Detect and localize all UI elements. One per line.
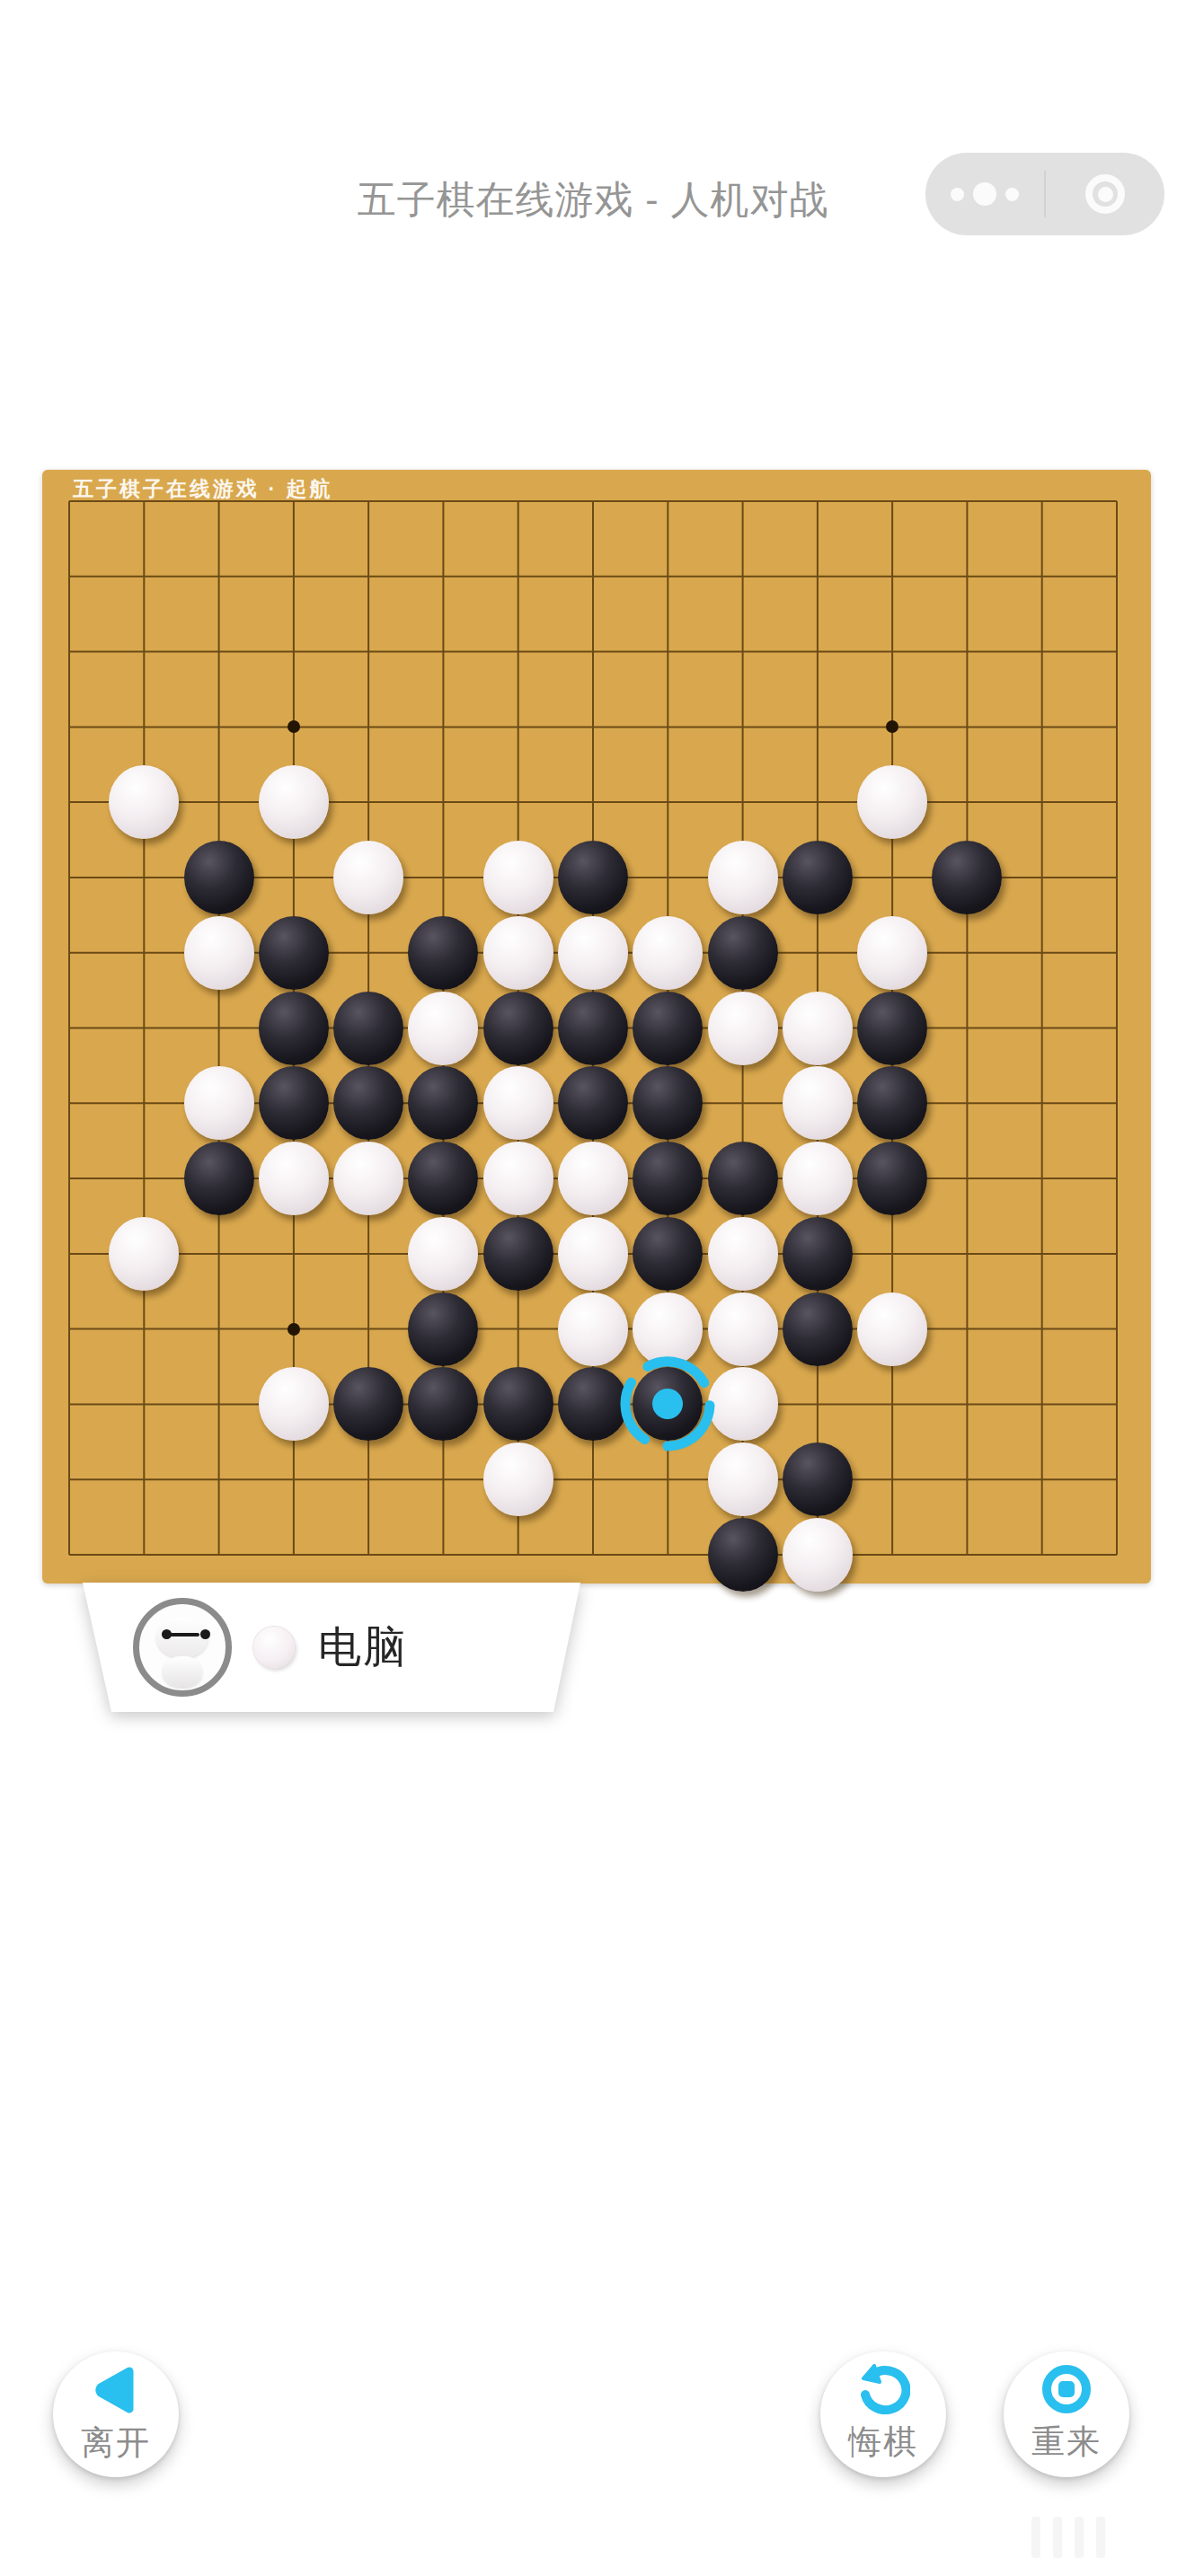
stone-white-c3-r12	[259, 1367, 329, 1441]
stone-black-c6-r7	[483, 992, 553, 1065]
stone-white-c3-r9	[259, 1142, 329, 1215]
stone-black-c11-r8	[857, 1066, 927, 1140]
stone-black-c7-r7	[558, 992, 628, 1065]
back-triangle-icon	[87, 2363, 145, 2415]
leave-button[interactable]: 离开	[53, 2351, 179, 2477]
board-grid[interactable]	[69, 501, 1117, 1555]
undo-arrow-icon	[856, 2364, 910, 2414]
stone-white-c1-r10	[109, 1217, 179, 1291]
ellipsis-icon	[951, 188, 964, 201]
stone-white-c6-r9	[483, 1142, 553, 1215]
stone-white-c11-r6	[857, 916, 927, 990]
stone-black-c12-r5	[932, 841, 1002, 914]
stone-black-c4-r8	[333, 1066, 403, 1140]
stone-white-c6-r8	[483, 1066, 553, 1140]
stone-black-c11-r9	[857, 1142, 927, 1215]
stone-white-c3-r4	[259, 765, 329, 839]
stone-white-c9-r7	[708, 992, 778, 1065]
stone-black-c4-r7	[333, 992, 403, 1065]
stone-white-c7-r11	[558, 1292, 628, 1366]
stone-white-c9-r12	[708, 1367, 778, 1441]
board-watermark: 五子棋子在线游戏 · 起航	[73, 475, 332, 503]
stone-black-c9-r9	[708, 1142, 778, 1215]
stone-black-c8-r10	[633, 1217, 703, 1291]
stone-black-c9-r6	[708, 916, 778, 990]
robot-icon	[156, 1617, 208, 1658]
stone-white-c5-r7	[408, 992, 478, 1065]
stone-black-c6-r10	[483, 1217, 553, 1291]
miniprogram-capsule	[925, 153, 1164, 235]
gomoku-board[interactable]: 五子棋子在线游戏 · 起航	[42, 470, 1151, 1584]
undo-label: 悔棋	[848, 2420, 918, 2465]
restart-button[interactable]: 重来	[1004, 2351, 1129, 2477]
ellipsis-icon	[973, 182, 996, 206]
exit-button[interactable]	[1046, 153, 1164, 235]
gomoku-app: { "app": { "title": "五子棋在线游戏 - 人机对战" }, …	[0, 0, 1186, 2576]
stone-white-c6-r6	[483, 916, 553, 990]
stone-white-c10-r9	[783, 1142, 853, 1215]
stone-black-c4-r12	[333, 1367, 403, 1441]
stone-black-c8-r9	[633, 1142, 703, 1215]
stone-white-c7-r6	[558, 916, 628, 990]
stone-white-c4-r5	[333, 841, 403, 914]
stone-black-c7-r5	[558, 841, 628, 914]
stone-white-c11-r4	[857, 765, 927, 839]
ellipsis-icon	[1005, 188, 1019, 201]
stone-black-c5-r11	[408, 1292, 478, 1366]
stone-white-c4-r9	[333, 1142, 403, 1215]
stone-white-c11-r11	[857, 1292, 927, 1366]
stone-black-c8-r7	[633, 992, 703, 1065]
stone-black-c10-r5	[783, 841, 853, 914]
stone-white-c2-r8	[184, 1066, 254, 1140]
opponent-banner: 口口 朱	[629, 345, 1094, 476]
star-point	[288, 1323, 300, 1336]
stone-black-c6-r12	[483, 1367, 553, 1441]
stone-black-c2-r5	[184, 841, 254, 914]
circle-dot-icon	[1085, 174, 1125, 214]
stone-white-c7-r9	[558, 1142, 628, 1215]
stone-white-c10-r14	[783, 1518, 853, 1592]
restart-label: 重来	[1031, 2420, 1102, 2465]
stone-white-c9-r10	[708, 1217, 778, 1291]
stone-black-c10-r11	[783, 1292, 853, 1366]
ghost-watermark	[1031, 2517, 1175, 2558]
stone-white-c2-r6	[184, 916, 254, 990]
stone-white-c5-r10	[408, 1217, 478, 1291]
stone-black-c5-r9	[408, 1142, 478, 1215]
stone-white-c8-r11	[633, 1292, 703, 1366]
computer-name: 电脑	[318, 1619, 408, 1676]
stone-white-c9-r5	[708, 841, 778, 914]
stone-white-c10-r8	[783, 1066, 853, 1140]
stone-white-c8-r6	[633, 916, 703, 990]
stone-black-c10-r13	[783, 1442, 853, 1516]
computer-avatar	[133, 1598, 232, 1697]
more-button[interactable]	[925, 153, 1044, 235]
computer-banner: 电脑	[83, 1583, 580, 1712]
stone-white-c1-r4	[109, 765, 179, 839]
stone-black-c10-r10	[783, 1217, 853, 1291]
leave-label: 离开	[81, 2421, 151, 2466]
stone-white-c6-r5	[483, 841, 553, 914]
stone-white-c9-r11	[708, 1292, 778, 1366]
stone-black-c3-r7	[259, 992, 329, 1065]
white-stone-icon	[253, 1627, 295, 1668]
stone-white-c9-r13	[708, 1442, 778, 1516]
stone-black-c9-r14	[708, 1518, 778, 1592]
stone-black-c3-r8	[259, 1066, 329, 1140]
stone-black-c5-r6	[408, 916, 478, 990]
stone-white-c7-r10	[558, 1217, 628, 1291]
stone-white-c6-r13	[483, 1442, 553, 1516]
stone-black-c2-r9	[184, 1142, 254, 1215]
stone-black-c7-r12	[558, 1367, 628, 1441]
stone-white-c10-r7	[783, 992, 853, 1065]
stone-black-c7-r8	[558, 1066, 628, 1140]
restart-target-icon	[1040, 2364, 1093, 2414]
stone-black-c3-r6	[259, 916, 329, 990]
stone-black-c11-r7	[857, 992, 927, 1065]
undo-button[interactable]: 悔棋	[820, 2351, 946, 2477]
